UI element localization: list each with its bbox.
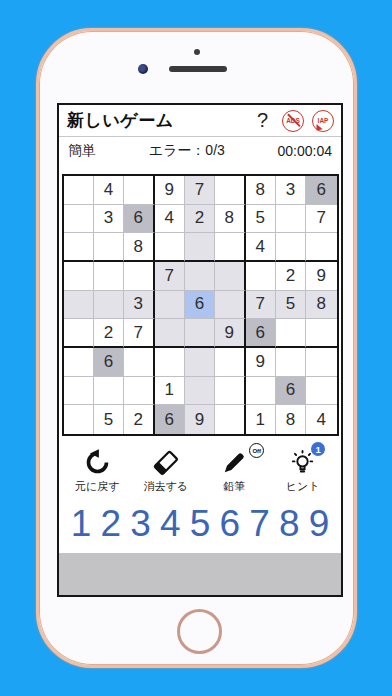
sudoku-cell[interactable] bbox=[94, 262, 124, 291]
sudoku-cell[interactable] bbox=[215, 176, 245, 205]
page-title: 新しいゲーム bbox=[67, 109, 257, 132]
lightbulb-icon: 1 bbox=[289, 448, 316, 477]
sudoku-cell[interactable]: 9 bbox=[306, 262, 336, 291]
sudoku-cell[interactable] bbox=[185, 377, 215, 406]
sudoku-cell[interactable]: 1 bbox=[155, 377, 185, 406]
sudoku-cell[interactable]: 5 bbox=[246, 205, 276, 234]
sudoku-cell[interactable]: 8 bbox=[215, 205, 245, 234]
sudoku-cell[interactable]: 5 bbox=[276, 291, 306, 320]
numpad-key-1[interactable]: 1 bbox=[67, 502, 95, 546]
sudoku-cell[interactable] bbox=[306, 377, 336, 406]
numpad-key-7[interactable]: 7 bbox=[246, 502, 274, 546]
sudoku-cell[interactable]: 7 bbox=[306, 205, 336, 234]
board-container: 49783636428578472936758279669165269184 bbox=[59, 174, 341, 436]
hint-button[interactable]: 1 ヒント bbox=[269, 448, 337, 494]
erase-label: 消去する bbox=[143, 479, 188, 494]
sudoku-cell[interactable] bbox=[185, 233, 215, 262]
sudoku-cell[interactable] bbox=[64, 319, 94, 348]
sudoku-cell[interactable]: 9 bbox=[185, 405, 215, 434]
timer: 00:00:04 bbox=[278, 143, 333, 159]
number-pad: 123456789 bbox=[59, 502, 341, 546]
ad-banner bbox=[59, 553, 341, 595]
sudoku-cell[interactable] bbox=[94, 233, 124, 262]
restore-purchase-button[interactable]: IAP bbox=[312, 110, 334, 132]
sudoku-cell[interactable] bbox=[215, 405, 245, 434]
sudoku-cell[interactable] bbox=[64, 405, 94, 434]
toolbar: 元に戻す 消去する Off 鉛筆 bbox=[59, 448, 341, 494]
numpad-key-8[interactable]: 8 bbox=[275, 502, 303, 546]
undo-arrow-icon bbox=[84, 448, 111, 477]
earpiece-speaker bbox=[169, 66, 227, 72]
sudoku-cell[interactable]: 8 bbox=[306, 291, 336, 320]
numpad-key-6[interactable]: 6 bbox=[216, 502, 244, 546]
sudoku-cell[interactable] bbox=[155, 319, 185, 348]
erase-button[interactable]: 消去する bbox=[132, 448, 200, 494]
sudoku-board: 49783636428578472936758279669165269184 bbox=[62, 174, 339, 436]
sudoku-cell[interactable] bbox=[94, 377, 124, 406]
sudoku-cell[interactable]: 3 bbox=[124, 291, 154, 320]
sudoku-cell[interactable] bbox=[276, 348, 306, 377]
phone-frame: 新しいゲーム ? ADS IAP 簡単 エラー：0/3 00:00:04 497… bbox=[36, 28, 357, 668]
remove-ads-button[interactable]: ADS bbox=[282, 110, 304, 132]
sudoku-cell[interactable] bbox=[276, 205, 306, 234]
sudoku-cell[interactable]: 6 bbox=[306, 176, 336, 205]
pencil-icon: Off bbox=[221, 448, 247, 477]
sudoku-cell[interactable] bbox=[306, 233, 336, 262]
sudoku-cell[interactable]: 8 bbox=[124, 233, 154, 262]
sudoku-cell[interactable] bbox=[215, 262, 245, 291]
sudoku-cell[interactable] bbox=[64, 233, 94, 262]
sudoku-cell[interactable]: 9 bbox=[246, 348, 276, 377]
sudoku-cell[interactable]: 2 bbox=[94, 319, 124, 348]
sudoku-cell[interactable]: 4 bbox=[306, 405, 336, 434]
sudoku-cell[interactable] bbox=[185, 348, 215, 377]
sudoku-cell[interactable] bbox=[64, 262, 94, 291]
sudoku-cell[interactable]: 6 bbox=[185, 291, 215, 320]
sudoku-cell[interactable]: 4 bbox=[246, 233, 276, 262]
numpad-key-5[interactable]: 5 bbox=[186, 502, 214, 546]
sudoku-cell[interactable] bbox=[215, 377, 245, 406]
sudoku-cell[interactable]: 2 bbox=[185, 205, 215, 234]
sudoku-cell[interactable]: 9 bbox=[215, 319, 245, 348]
sudoku-cell[interactable] bbox=[185, 319, 215, 348]
eraser-icon bbox=[152, 448, 179, 477]
sudoku-cell[interactable]: 2 bbox=[124, 405, 154, 434]
sudoku-cell[interactable]: 3 bbox=[276, 176, 306, 205]
sudoku-cell[interactable] bbox=[124, 262, 154, 291]
sudoku-cell[interactable]: 8 bbox=[276, 405, 306, 434]
error-counter: エラー：0/3 bbox=[96, 142, 278, 160]
sudoku-cell[interactable]: 7 bbox=[155, 262, 185, 291]
sudoku-cell[interactable] bbox=[215, 291, 245, 320]
sudoku-cell[interactable]: 6 bbox=[94, 348, 124, 377]
sudoku-cell[interactable] bbox=[64, 377, 94, 406]
sudoku-cell[interactable]: 9 bbox=[155, 176, 185, 205]
app-screen: 新しいゲーム ? ADS IAP 簡単 エラー：0/3 00:00:04 497… bbox=[57, 103, 343, 597]
sudoku-cell[interactable] bbox=[276, 233, 306, 262]
sudoku-cell[interactable]: 6 bbox=[155, 405, 185, 434]
sudoku-cell[interactable] bbox=[185, 262, 215, 291]
iap-restore-icon: IAP bbox=[318, 117, 329, 124]
sudoku-cell[interactable] bbox=[155, 348, 185, 377]
undo-label: 元に戻す bbox=[75, 479, 120, 494]
numpad-key-2[interactable]: 2 bbox=[97, 502, 125, 546]
sudoku-cell[interactable] bbox=[64, 176, 94, 205]
sudoku-cell[interactable] bbox=[276, 319, 306, 348]
sudoku-cell[interactable] bbox=[215, 233, 245, 262]
sudoku-cell[interactable] bbox=[94, 291, 124, 320]
sudoku-cell[interactable] bbox=[124, 176, 154, 205]
sudoku-cell[interactable]: 3 bbox=[94, 205, 124, 234]
sudoku-cell[interactable] bbox=[124, 348, 154, 377]
sudoku-cell[interactable]: 4 bbox=[155, 205, 185, 234]
sudoku-cell[interactable] bbox=[306, 319, 336, 348]
sudoku-cell[interactable]: 8 bbox=[246, 176, 276, 205]
difficulty-label: 簡単 bbox=[68, 142, 96, 160]
sudoku-cell[interactable]: 1 bbox=[246, 405, 276, 434]
help-button[interactable]: ? bbox=[257, 109, 268, 132]
hint-count-badge: 1 bbox=[311, 442, 325, 456]
sudoku-cell[interactable] bbox=[64, 205, 94, 234]
undo-button[interactable]: 元に戻す bbox=[63, 448, 131, 494]
sudoku-cell[interactable] bbox=[306, 348, 336, 377]
sudoku-cell[interactable] bbox=[124, 377, 154, 406]
home-button[interactable] bbox=[177, 609, 222, 654]
sudoku-cell[interactable]: 6 bbox=[276, 377, 306, 406]
sudoku-cell[interactable] bbox=[155, 233, 185, 262]
sudoku-cell[interactable]: 2 bbox=[276, 262, 306, 291]
sudoku-cell[interactable]: 7 bbox=[246, 291, 276, 320]
pencil-button[interactable]: Off 鉛筆 bbox=[200, 448, 268, 494]
sudoku-cell[interactable]: 4 bbox=[94, 176, 124, 205]
pencil-off-badge: Off bbox=[249, 443, 264, 458]
sudoku-cell[interactable]: 6 bbox=[246, 319, 276, 348]
hint-label: ヒント bbox=[286, 479, 320, 494]
sudoku-cell[interactable] bbox=[246, 377, 276, 406]
sudoku-cell[interactable]: 6 bbox=[124, 205, 154, 234]
sudoku-cell[interactable] bbox=[155, 291, 185, 320]
sudoku-cell[interactable]: 7 bbox=[185, 176, 215, 205]
sudoku-cell[interactable] bbox=[246, 262, 276, 291]
title-bar: 新しいゲーム ? ADS IAP bbox=[59, 105, 341, 137]
sudoku-cell[interactable]: 5 bbox=[94, 405, 124, 434]
front-camera bbox=[138, 64, 148, 74]
sudoku-cell[interactable] bbox=[215, 348, 245, 377]
numpad-key-4[interactable]: 4 bbox=[156, 502, 184, 546]
sudoku-cell[interactable] bbox=[64, 291, 94, 320]
sudoku-cell[interactable]: 7 bbox=[124, 319, 154, 348]
numpad-key-9[interactable]: 9 bbox=[305, 502, 333, 546]
pencil-label: 鉛筆 bbox=[223, 479, 245, 494]
numpad-key-3[interactable]: 3 bbox=[127, 502, 155, 546]
proximity-sensor-dot bbox=[194, 49, 200, 55]
status-bar: 簡単 エラー：0/3 00:00:04 bbox=[59, 137, 341, 164]
sudoku-cell[interactable] bbox=[64, 348, 94, 377]
no-ads-icon: ADS bbox=[286, 117, 300, 124]
